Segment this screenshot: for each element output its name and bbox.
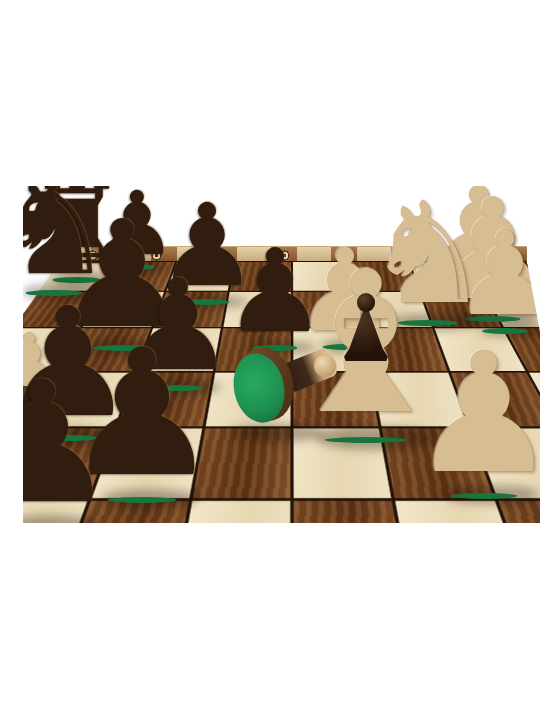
fallen-piece-shadow [230,424,325,442]
felt-base-rim [52,277,101,283]
frame-circle-inlay [151,250,162,261]
board-square [175,502,290,523]
board-square [166,262,233,291]
felt-base-rim [38,435,97,441]
felt-base-rim [108,497,177,503]
felt-base-rim [93,345,151,351]
felt-base-rim [482,328,528,334]
frame-circle-inlay [343,250,354,261]
felt-base-rim [185,299,230,305]
frame-circle-inlay [471,250,482,261]
felt-base-rim [25,290,82,296]
board-square [230,262,291,291]
felt-base-rim [153,385,203,391]
board-square [498,502,540,523]
felt-base-rim [120,264,155,270]
frame-circle-inlay [407,250,418,261]
product-photo-canvas: ♟♜♟♞♟♟♞♟♟♟♟♟♟♟♝♟♟♟ [0,0,540,720]
chessboard-photo: ♟♜♟♞♟♟♞♟♟♟♟♟♟♟♝♟♟♟ [0,186,540,523]
felt-base-rim [451,493,517,499]
fallen-piece-crown-knob [314,355,336,377]
frame-circle-inlay [215,250,226,261]
felt-base-rim [325,437,407,443]
felt-base-rim [455,289,503,295]
board-square [293,292,361,327]
frame-circle-inlay [279,250,290,261]
frame-circle-inlay [87,250,98,261]
board-square [351,262,418,291]
background-cutout-left-strip [0,186,23,523]
felt-base-rim [398,320,458,326]
board-square [293,262,354,291]
board-square [294,502,409,523]
